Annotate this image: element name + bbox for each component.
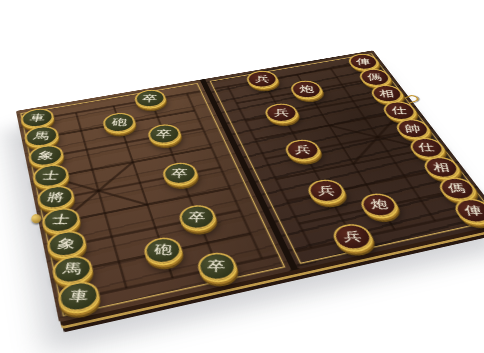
piece-glyph: 仕 xyxy=(391,106,408,115)
piece-glyph: 象 xyxy=(56,238,76,250)
piece-glyph: 士 xyxy=(41,171,60,181)
piece-glyph: 兵 xyxy=(274,108,289,117)
piece-glyph: 相 xyxy=(379,89,395,97)
piece-red-chariot[interactable]: 俥 xyxy=(449,196,484,226)
piece-glyph: 卒 xyxy=(171,168,188,178)
piece-black-advisor[interactable]: 士 xyxy=(41,205,82,235)
piece-black-soldier[interactable]: 卒 xyxy=(160,160,201,187)
piece-black-elephant[interactable]: 象 xyxy=(27,143,65,169)
piece-glyph: 炮 xyxy=(299,85,314,93)
piece-red-cannon[interactable]: 炮 xyxy=(287,79,326,100)
piece-glyph: 卒 xyxy=(156,129,172,138)
piece-glyph: 傌 xyxy=(447,183,466,194)
piece-glyph: 車 xyxy=(68,289,89,303)
piece-glyph: 砲 xyxy=(111,118,128,127)
piece-glyph: 兵 xyxy=(255,75,269,83)
piece-glyph: 兵 xyxy=(343,231,362,243)
piece-glyph: 傌 xyxy=(367,73,383,81)
piece-glyph: 炮 xyxy=(370,199,389,210)
piece-glyph: 象 xyxy=(37,151,55,161)
piece-black-chariot[interactable]: 車 xyxy=(56,278,101,314)
piece-black-soldier[interactable]: 卒 xyxy=(145,122,184,146)
piece-glyph: 砲 xyxy=(153,244,172,256)
piece-black-horse[interactable]: 馬 xyxy=(51,252,95,286)
piece-glyph: 卒 xyxy=(142,94,158,102)
xiangqi-board[interactable]: 車馬象士將士象馬車砲砲卒卒卒卒卒兵兵兵兵兵炮炮俥傌相仕帥仕相傌俥 xyxy=(16,50,484,322)
piece-black-general[interactable]: 將 xyxy=(36,183,76,212)
piece-black-elephant[interactable]: 象 xyxy=(46,228,89,260)
piece-glyph: 士 xyxy=(51,214,71,226)
piece-glyph: 兵 xyxy=(294,145,310,155)
piece-red-soldier[interactable]: 兵 xyxy=(244,69,281,90)
piece-glyph: 卒 xyxy=(208,260,227,273)
piece-glyph: 馬 xyxy=(33,131,51,140)
photo-canvas: 車馬象士將士象馬車砲砲卒卒卒卒卒兵兵兵兵兵炮炮俥傌相仕帥仕相傌俥 xyxy=(0,0,484,353)
piece-black-soldier[interactable]: 卒 xyxy=(176,202,220,232)
piece-black-soldier[interactable]: 卒 xyxy=(194,250,241,284)
piece-black-horse[interactable]: 馬 xyxy=(23,124,60,148)
piece-glyph: 相 xyxy=(432,162,451,172)
pieces-layer: 車馬象士將士象馬車砲砲卒卒卒卒卒兵兵兵兵兵炮炮俥傌相仕帥仕相傌俥 xyxy=(16,50,484,322)
piece-red-soldier[interactable]: 兵 xyxy=(282,137,324,162)
piece-red-soldier[interactable]: 兵 xyxy=(329,221,377,253)
piece-black-cannon[interactable]: 砲 xyxy=(141,234,186,267)
piece-glyph: 卒 xyxy=(188,211,206,223)
piece-glyph: 俥 xyxy=(463,205,483,216)
piece-red-soldier[interactable]: 兵 xyxy=(304,177,349,205)
piece-red-cannon[interactable]: 炮 xyxy=(356,190,403,219)
piece-glyph: 將 xyxy=(46,192,65,203)
piece-glyph: 馬 xyxy=(62,263,83,276)
piece-glyph: 帥 xyxy=(404,124,421,133)
piece-glyph: 車 xyxy=(28,113,46,122)
piece-glyph: 俥 xyxy=(356,58,371,66)
piece-black-cannon[interactable]: 砲 xyxy=(101,111,138,135)
piece-glyph: 仕 xyxy=(418,143,436,153)
piece-black-soldier[interactable]: 卒 xyxy=(132,88,169,110)
piece-black-advisor[interactable]: 士 xyxy=(32,162,71,189)
piece-glyph: 兵 xyxy=(317,186,335,197)
piece-red-soldier[interactable]: 兵 xyxy=(262,101,302,124)
